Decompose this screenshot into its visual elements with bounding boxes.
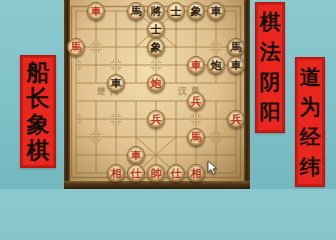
banner-char: 道 <box>300 67 321 88</box>
banner-right-bottom: 道为经纬 <box>295 57 325 187</box>
piece-black-將[interactable]: 將 <box>147 2 165 20</box>
piece-red-兵[interactable]: 兵 <box>187 92 205 110</box>
piece-black-象[interactable]: 象 <box>187 2 205 20</box>
xiangqi-board[interactable]: 楚河 汉界 車馬將士象車士馬象馬車炮車車炮兵兵兵馬車相仕帥仕相 <box>64 0 250 189</box>
piece-red-仕[interactable]: 仕 <box>167 164 185 182</box>
piece-black-馬[interactable]: 馬 <box>127 2 145 20</box>
piece-black-士[interactable]: 士 <box>167 2 185 20</box>
banner-char: 棋 <box>27 139 50 162</box>
piece-black-象[interactable]: 象 <box>147 38 165 56</box>
piece-red-馬[interactable]: 馬 <box>187 128 205 146</box>
piece-red-相[interactable]: 相 <box>187 164 205 182</box>
piece-red-帥[interactable]: 帥 <box>147 164 165 182</box>
piece-black-車[interactable]: 車 <box>107 74 125 92</box>
piece-black-馬[interactable]: 馬 <box>227 38 245 56</box>
banner-char: 经 <box>300 127 321 148</box>
piece-red-兵[interactable]: 兵 <box>147 110 165 128</box>
piece-red-車[interactable]: 車 <box>127 146 145 164</box>
piece-red-仕[interactable]: 仕 <box>127 164 145 182</box>
banner-char: 阳 <box>260 102 281 123</box>
piece-black-車[interactable]: 車 <box>207 2 225 20</box>
piece-red-兵[interactable]: 兵 <box>227 110 245 128</box>
screenshot-stage: 楚河 汉界 車馬將士象車士馬象馬車炮車車炮兵兵兵馬車相仕帥仕相 船长象棋 棋法阴… <box>0 0 336 189</box>
piece-red-馬[interactable]: 馬 <box>67 38 85 56</box>
banner-char: 棋 <box>260 12 281 33</box>
board-edge-right <box>244 0 250 189</box>
piece-red-車[interactable]: 車 <box>87 2 105 20</box>
board-edge-left <box>64 0 70 189</box>
banner-right-top: 棋法阴阳 <box>255 2 285 133</box>
banner-char: 船 <box>27 61 50 84</box>
board-edge-bottom <box>64 181 250 189</box>
piece-red-炮[interactable]: 炮 <box>147 74 165 92</box>
piece-black-車[interactable]: 車 <box>227 56 245 74</box>
piece-red-相[interactable]: 相 <box>107 164 125 182</box>
banner-char: 长 <box>27 87 50 110</box>
banner-char: 阴 <box>260 72 281 93</box>
piece-black-士[interactable]: 士 <box>147 20 165 38</box>
piece-black-炮[interactable]: 炮 <box>207 56 225 74</box>
banner-left: 船长象棋 <box>20 55 56 168</box>
banner-char: 为 <box>300 97 321 118</box>
mouse-cursor <box>207 160 219 176</box>
banner-char: 纬 <box>300 157 321 178</box>
piece-red-車[interactable]: 車 <box>187 56 205 74</box>
banner-char: 象 <box>27 113 50 136</box>
banner-char: 法 <box>260 42 281 63</box>
